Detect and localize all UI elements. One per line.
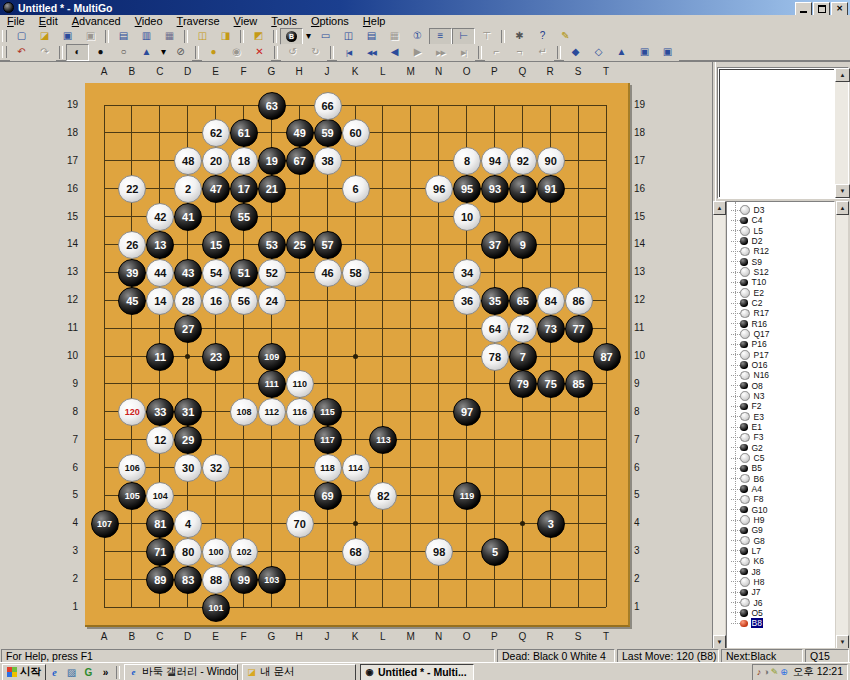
stone-H8[interactable]: 116: [286, 398, 314, 426]
move-list-item-Q17[interactable]: Q17: [727, 329, 834, 339]
stone-Q14[interactable]: 9: [509, 231, 537, 259]
copy-button[interactable]: ◫: [191, 28, 214, 45]
move-list-item-S9[interactable]: S9: [727, 257, 834, 267]
menu-view[interactable]: View: [227, 15, 265, 28]
move-label: D3: [753, 205, 766, 215]
coord-label-right: 13: [634, 266, 656, 277]
tree-branch-line: [731, 478, 740, 479]
move-list-item-D3[interactable]: D3: [727, 205, 834, 215]
white-stone-icon: [740, 226, 750, 236]
move-list-item-G2[interactable]: G2: [727, 443, 834, 453]
black-stone-icon: [740, 444, 748, 452]
task-button-baduk-gallery[interactable]: e 바둑 갤러리 - Windo...: [124, 664, 238, 680]
close-button[interactable]: ✕: [831, 2, 848, 16]
new-file-icon: ▢: [17, 31, 26, 41]
move-list-item-A4[interactable]: A4: [727, 484, 834, 494]
move-list-item-J8[interactable]: J8: [727, 566, 834, 576]
stone-O16[interactable]: 95: [453, 175, 481, 203]
stone-D6[interactable]: 30: [174, 454, 202, 482]
stone-D7[interactable]: 29: [174, 426, 202, 454]
rotate-right-button[interactable]: ↻: [304, 44, 327, 61]
stone-G19[interactable]: 63: [258, 92, 286, 120]
move-list-item-L7[interactable]: L7: [727, 546, 834, 556]
stone-P14[interactable]: 37: [481, 231, 509, 259]
stone-D12[interactable]: 28: [174, 287, 202, 315]
move-list-item-J7[interactable]: J7: [727, 587, 834, 597]
stone-P10[interactable]: 78: [481, 343, 509, 371]
quick-launch-ie-icon[interactable]: e: [47, 665, 62, 680]
stone-L5[interactable]: 82: [369, 482, 397, 510]
marker-dropdown[interactable]: ▾: [158, 44, 169, 61]
main-line-icon: ↵: [538, 47, 546, 57]
tree-view-button[interactable]: ≡: [429, 28, 452, 45]
coord-label-left: 14: [56, 238, 78, 249]
quick-launch-more-icon[interactable]: »: [98, 665, 113, 680]
stone-S11[interactable]: 77: [565, 315, 593, 343]
stone-H17[interactable]: 67: [286, 147, 314, 175]
stone-B8[interactable]: 120: [118, 398, 146, 426]
nav-back-button[interactable]: ◀: [383, 44, 406, 61]
stone-K13[interactable]: 58: [342, 259, 370, 287]
layout-quad-button[interactable]: ▦: [383, 28, 406, 45]
stone-E1[interactable]: 101: [202, 594, 230, 622]
start-button[interactable]: 시작: [2, 664, 46, 680]
stone-Q17[interactable]: 92: [509, 147, 537, 175]
move-list-item-J6[interactable]: J6: [727, 597, 834, 607]
layout-board-button[interactable]: ▭: [314, 28, 337, 45]
stone-H18[interactable]: 49: [286, 119, 314, 147]
layout-split-horizontal-button[interactable]: ▤: [360, 28, 383, 45]
tree-branch-line: [731, 210, 740, 211]
new-file-button[interactable]: ▢: [10, 28, 33, 45]
pass-button[interactable]: ●: [202, 44, 225, 61]
stone-R11[interactable]: 73: [537, 315, 565, 343]
stone-Q12[interactable]: 65: [509, 287, 537, 315]
coord-label-bottom: A: [93, 631, 115, 642]
pass-icon: ●: [210, 47, 216, 57]
stone-J19[interactable]: 66: [314, 92, 342, 120]
stone-O5[interactable]: 119: [453, 482, 481, 510]
white-stone-icon: [740, 371, 750, 381]
toolbar-separator: [184, 30, 188, 43]
nav-first-button[interactable]: |◀: [337, 44, 360, 61]
stone-C15[interactable]: 42: [146, 203, 174, 231]
stone-F3[interactable]: 102: [230, 538, 258, 566]
stone-G16[interactable]: 21: [258, 175, 286, 203]
copy-position-button[interactable]: ◨: [214, 28, 237, 45]
stone-D16[interactable]: 2: [174, 175, 202, 203]
tree-branch-line: [731, 623, 740, 624]
tree-right-scrollbar[interactable]: ▲ ▼: [836, 201, 848, 649]
move-label: H9: [753, 515, 766, 525]
stone-E10[interactable]: 23: [202, 343, 230, 371]
print-button[interactable]: ▤: [112, 28, 135, 45]
move-list-item-R16[interactable]: R16: [727, 319, 834, 329]
stone-P3[interactable]: 5: [481, 538, 509, 566]
stone-C14[interactable]: 13: [146, 231, 174, 259]
menu-file[interactable]: File: [0, 15, 32, 28]
menu-options[interactable]: Options: [304, 15, 356, 28]
move-list-item-O8[interactable]: O8: [727, 381, 834, 391]
task-button-multigo[interactable]: ◉ Untitled * - Multi...: [360, 664, 474, 680]
coord-label-top: B: [121, 66, 143, 77]
stone-Q11[interactable]: 72: [509, 315, 537, 343]
stone-D3[interactable]: 80: [174, 538, 202, 566]
print-preview-button[interactable]: ▥: [135, 28, 158, 45]
stone-G10[interactable]: 109: [258, 343, 286, 371]
move-list-item-G8[interactable]: G8: [727, 536, 834, 546]
stone-E3[interactable]: 100: [202, 538, 230, 566]
stone-G9[interactable]: 111: [258, 370, 286, 398]
move-list-item-D2[interactable]: D2: [727, 236, 834, 246]
white-stone-button[interactable]: ○: [112, 44, 135, 61]
white-stone-icon: [740, 412, 750, 422]
stone-N16[interactable]: 96: [425, 175, 453, 203]
coord-label-left: 4: [56, 517, 78, 528]
stone-C5[interactable]: 104: [146, 482, 174, 510]
black-stone-icon: [740, 341, 748, 349]
stone-Q10[interactable]: 7: [509, 343, 537, 371]
scroll-up-icon[interactable]: ▲: [713, 201, 726, 215]
menu-edit[interactable]: Edit: [32, 15, 65, 28]
nav-last-button[interactable]: ▶|: [452, 44, 475, 61]
stone-P12[interactable]: 35: [481, 287, 509, 315]
black-stone-icon: [740, 279, 748, 287]
save-file-icon: ▣: [63, 31, 72, 41]
stone-E13[interactable]: 54: [202, 259, 230, 287]
move-label: R12: [753, 246, 771, 256]
move-list-item-P16[interactable]: P16: [727, 339, 834, 349]
stone-G12[interactable]: 24: [258, 287, 286, 315]
stone-J6[interactable]: 118: [314, 454, 342, 482]
move-list-item-R12[interactable]: R12: [727, 246, 834, 256]
undo-icon: ↶: [17, 47, 25, 57]
stone-J14[interactable]: 57: [314, 231, 342, 259]
stone-E16[interactable]: 47: [202, 175, 230, 203]
stone-C12[interactable]: 14: [146, 287, 174, 315]
status-help-text: For Help, press F1: [1, 649, 495, 663]
toolbars: ▢◪▣▣▤▥▦◫◨◩B▾▭◫▤▦①≡⊢⊤✱?✎ ↶↷◐●○▲▾⊘●◉✕↺↻|◀◀…: [0, 28, 850, 61]
move-list-item-C2[interactable]: C2: [727, 298, 834, 308]
stone-R16[interactable]: 91: [537, 175, 565, 203]
stone-O12[interactable]: 36: [453, 287, 481, 315]
move-label: S9: [751, 257, 763, 267]
stone-F2[interactable]: 99: [230, 566, 258, 594]
move-list-item-O5[interactable]: O5: [727, 608, 834, 618]
tree-branch-line: [731, 571, 740, 572]
stone-D15[interactable]: 41: [174, 203, 202, 231]
stone-E18[interactable]: 62: [202, 119, 230, 147]
stone-D4[interactable]: 4: [174, 510, 202, 538]
stone-K3[interactable]: 68: [342, 538, 370, 566]
nav-back10-button[interactable]: ◀◀: [360, 44, 383, 61]
stone-S12[interactable]: 86: [565, 287, 593, 315]
stone-B16[interactable]: 22: [118, 175, 146, 203]
stone-B6[interactable]: 106: [118, 454, 146, 482]
move-list-item-F3[interactable]: F3: [727, 432, 834, 442]
coord-label-left: 5: [56, 489, 78, 500]
black-stone-icon: [740, 527, 748, 535]
marker-button[interactable]: ▲: [135, 44, 158, 61]
stone-C13[interactable]: 44: [146, 259, 174, 287]
stone-S9[interactable]: 85: [565, 370, 593, 398]
stone-C8[interactable]: 33: [146, 398, 174, 426]
stone-R12[interactable]: 84: [537, 287, 565, 315]
stone-O15[interactable]: 10: [453, 203, 481, 231]
coord-label-bottom: R: [539, 631, 561, 642]
move-list-item-R17[interactable]: R17: [727, 308, 834, 318]
tools-button[interactable]: ✱: [508, 28, 531, 45]
move-list-item-G10[interactable]: G10: [727, 505, 834, 515]
next-variation-button[interactable]: ¬: [508, 44, 531, 61]
stone-G8[interactable]: 112: [258, 398, 286, 426]
stone-D2[interactable]: 83: [174, 566, 202, 594]
stone-J8[interactable]: 115: [314, 398, 342, 426]
good-for-black-button[interactable]: ◆: [564, 44, 587, 61]
stone-G17[interactable]: 19: [258, 147, 286, 175]
menu-video[interactable]: Video: [128, 15, 170, 28]
stone-D13[interactable]: 43: [174, 259, 202, 287]
annotate-button[interactable]: ✎: [554, 28, 577, 45]
move-list-item-C4[interactable]: C4: [727, 215, 834, 225]
start-label: 시작: [20, 665, 41, 679]
stone-F16[interactable]: 17: [230, 175, 258, 203]
quick-launch-desktop-icon[interactable]: ▨: [64, 665, 79, 680]
coord-label-left: 12: [56, 294, 78, 305]
scroll-down-icon[interactable]: ▼: [835, 184, 850, 198]
tray-status-icon[interactable]: ◑: [763, 668, 768, 677]
move-list-item-F8[interactable]: F8: [727, 494, 834, 504]
stone-E2[interactable]: 88: [202, 566, 230, 594]
menu-help[interactable]: Help: [356, 15, 393, 28]
move-list-item-E1[interactable]: E1: [727, 422, 834, 432]
nav-forward-button[interactable]: ▶: [406, 44, 429, 61]
move-list[interactable]: D3C4L5D2R12S9S12T10E2C2R17R16Q17P16P17O1…: [726, 201, 835, 649]
stone-E17[interactable]: 20: [202, 147, 230, 175]
ime-pen-icon[interactable]: ✎: [771, 668, 779, 677]
stone-R9[interactable]: 75: [537, 370, 565, 398]
menu-advanced[interactable]: Advanced: [65, 15, 128, 28]
stone-C4[interactable]: 81: [146, 510, 174, 538]
comment-scrollbar[interactable]: ▲ ▼: [835, 68, 848, 198]
network-icon[interactable]: ⊕: [780, 668, 788, 677]
tree-branch-line: [731, 447, 740, 448]
stone-L7[interactable]: 113: [369, 426, 397, 454]
move-number-dropdown[interactable]: ▾: [303, 28, 314, 45]
stone-N3[interactable]: 98: [425, 538, 453, 566]
stone-E6[interactable]: 32: [202, 454, 230, 482]
stone-O8[interactable]: 97: [453, 398, 481, 426]
stone-D11[interactable]: 27: [174, 315, 202, 343]
stone-F15[interactable]: 55: [230, 203, 258, 231]
stone-F18[interactable]: 61: [230, 119, 258, 147]
hotspot-button[interactable]: ▲: [610, 44, 633, 61]
stone-C10[interactable]: 11: [146, 343, 174, 371]
move-list-item-G9[interactable]: G9: [727, 525, 834, 535]
stone-B12[interactable]: 45: [118, 287, 146, 315]
move-list-item-T10[interactable]: T10: [727, 277, 834, 287]
main-line-button[interactable]: ↵: [531, 44, 554, 61]
stone-G14[interactable]: 53: [258, 231, 286, 259]
context-help-button[interactable]: ?: [531, 28, 554, 45]
scroll-up-icon[interactable]: ▲: [835, 68, 850, 82]
comment-text-area[interactable]: [719, 69, 834, 197]
stone-D8[interactable]: 31: [174, 398, 202, 426]
scroll-down-icon[interactable]: ▼: [713, 635, 726, 649]
rotate-left-button[interactable]: ↺: [281, 44, 304, 61]
menu-traverse[interactable]: Traverse: [170, 15, 227, 28]
undo-button[interactable]: ↶: [10, 44, 33, 61]
stone-P11[interactable]: 64: [481, 315, 509, 343]
move-list-item-P17[interactable]: P17: [727, 350, 834, 360]
move-label: B5: [751, 463, 763, 473]
move-list-item-B5[interactable]: B5: [727, 463, 834, 473]
toolbar-separator: [501, 30, 505, 43]
tree-branch-line: [731, 282, 740, 283]
stone-F17[interactable]: 18: [230, 147, 258, 175]
scroll-down-icon[interactable]: ▼: [836, 635, 849, 649]
name-node-button[interactable]: ▣: [633, 44, 656, 61]
white-stone-icon: [740, 288, 750, 298]
stone-R4[interactable]: 3: [537, 510, 565, 538]
move-list-item-S12[interactable]: S12: [727, 267, 834, 277]
move-label: G2: [751, 443, 764, 453]
stone-K16[interactable]: 6: [342, 175, 370, 203]
stone-J7[interactable]: 117: [314, 426, 342, 454]
show-last-move-button[interactable]: ①: [406, 28, 429, 45]
nav-forward10-icon: ▶▶: [436, 49, 445, 56]
stone-H4[interactable]: 70: [286, 510, 314, 538]
stone-G2[interactable]: 103: [258, 566, 286, 594]
star-point: [353, 354, 358, 359]
move-list-item-N3[interactable]: N3: [727, 391, 834, 401]
stone-H9[interactable]: 110: [286, 370, 314, 398]
export-image-button[interactable]: ▦: [158, 28, 181, 45]
move-list-item-C5[interactable]: C5: [727, 453, 834, 463]
variation-view-button[interactable]: ⊤: [475, 28, 498, 45]
show-move-number-button[interactable]: B: [280, 28, 303, 45]
stone-C2[interactable]: 89: [146, 566, 174, 594]
redo-button[interactable]: ↷: [33, 44, 56, 61]
grid-line: [578, 105, 579, 607]
move-list-item-O16[interactable]: O16: [727, 360, 834, 370]
stone-H14[interactable]: 25: [286, 231, 314, 259]
menu-tools[interactable]: Tools: [264, 15, 304, 28]
stone-D17[interactable]: 48: [174, 147, 202, 175]
system-tray: ♪ ◑ ✎ ⊕ 오후 12:21: [752, 664, 848, 680]
stone-E14[interactable]: 15: [202, 231, 230, 259]
stone-O17[interactable]: 8: [453, 147, 481, 175]
stone-K18[interactable]: 60: [342, 119, 370, 147]
tree-branch-line: [731, 344, 740, 345]
black-stone-button[interactable]: ●: [89, 44, 112, 61]
nav-forward10-button[interactable]: ▶▶: [429, 44, 452, 61]
title-bar[interactable]: Untitled * - MultiGo ✕: [0, 0, 850, 15]
stone-J18[interactable]: 59: [314, 119, 342, 147]
coord-label-right: 12: [634, 294, 656, 305]
stone-J5[interactable]: 69: [314, 482, 342, 510]
move-label: L5: [753, 226, 764, 236]
stone-Q9[interactable]: 79: [509, 370, 537, 398]
comment-panel[interactable]: ▲ ▼: [717, 67, 849, 199]
stone-B5[interactable]: 105: [118, 482, 146, 510]
layout-split-vertical-button[interactable]: ◫: [337, 28, 360, 45]
save-as-button[interactable]: ▣: [79, 28, 102, 45]
stone-B14[interactable]: 26: [118, 231, 146, 259]
black-stone-icon: [740, 258, 748, 266]
erase-button[interactable]: ⊘: [169, 44, 192, 61]
stone-J13[interactable]: 46: [314, 259, 342, 287]
restore-button[interactable]: [813, 2, 830, 16]
move-label: F2: [751, 401, 763, 411]
stone-B13[interactable]: 39: [118, 259, 146, 287]
move-list-item-H9[interactable]: H9: [727, 515, 834, 525]
stone-C7[interactable]: 12: [146, 426, 174, 454]
stone-K6[interactable]: 114: [342, 454, 370, 482]
tree-left-scrollbar[interactable]: ▲ ▼: [713, 201, 725, 649]
stone-J17[interactable]: 38: [314, 147, 342, 175]
score-button[interactable]: ◉: [225, 44, 248, 61]
move-list-item-B6[interactable]: B6: [727, 474, 834, 484]
delete-node-button[interactable]: ✕: [248, 44, 271, 61]
move-list-item-E3[interactable]: E3: [727, 412, 834, 422]
stone-T10[interactable]: 87: [593, 343, 621, 371]
move-list-item-B8[interactable]: B8: [727, 618, 834, 628]
scroll-up-icon[interactable]: ▲: [836, 201, 849, 215]
white-stone-icon: [740, 453, 750, 463]
stone-F8[interactable]: 108: [230, 398, 258, 426]
stone-A4[interactable]: 107: [91, 510, 119, 538]
volume-icon[interactable]: ♪: [757, 668, 762, 677]
move-list-item-F2[interactable]: F2: [727, 401, 834, 411]
stone-P17[interactable]: 94: [481, 147, 509, 175]
coord-label-right: 6: [634, 462, 656, 473]
import-button[interactable]: ◩: [247, 28, 270, 45]
stone-P16[interactable]: 93: [481, 175, 509, 203]
save-file-button[interactable]: ▣: [56, 28, 79, 45]
stone-E12[interactable]: 16: [202, 287, 230, 315]
setup-button[interactable]: ▣: [656, 44, 679, 61]
move-list-item-L5[interactable]: L5: [727, 226, 834, 236]
open-file-button[interactable]: ◪: [33, 28, 56, 45]
task-button-my-documents[interactable]: ◪ 내 문서: [242, 664, 356, 680]
stone-C3[interactable]: 71: [146, 538, 174, 566]
quick-launch-browser-icon[interactable]: G: [81, 665, 96, 680]
move-list-item-H8[interactable]: H8: [727, 577, 834, 587]
stone-G13[interactable]: 52: [258, 259, 286, 287]
good-for-white-button[interactable]: ◇: [587, 44, 610, 61]
stone-F13[interactable]: 51: [230, 259, 258, 287]
move-list-item-N16[interactable]: N16: [727, 370, 834, 380]
stone-O13[interactable]: 34: [453, 259, 481, 287]
white-stone-icon: [740, 515, 750, 525]
black-stone-icon: [740, 465, 748, 473]
alternate-mode-button[interactable]: ◐: [66, 44, 89, 61]
move-list-item-E2[interactable]: E2: [727, 288, 834, 298]
tree-layout-button[interactable]: ⊢: [452, 28, 475, 45]
stone-F12[interactable]: 56: [230, 287, 258, 315]
stone-R17[interactable]: 90: [537, 147, 565, 175]
toolbar-separator: [105, 30, 109, 43]
grid-line: [382, 105, 383, 607]
go-board[interactable]: 1234567891011121314151617181920212223242…: [85, 83, 630, 627]
multigo-window: Untitled * - MultiGo ✕ FileEditAdvancedV…: [0, 0, 850, 680]
prev-variation-button[interactable]: ⌐: [485, 44, 508, 61]
move-list-item-K6[interactable]: K6: [727, 556, 834, 566]
stone-Q16[interactable]: 1: [509, 175, 537, 203]
tree-branch-line: [731, 458, 740, 459]
minimize-button[interactable]: [795, 2, 812, 16]
